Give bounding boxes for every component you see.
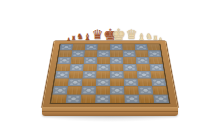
board-square	[66, 95, 81, 104]
board-square	[96, 86, 110, 94]
board-square	[124, 95, 139, 104]
board-square	[68, 78, 83, 86]
board-square	[110, 64, 123, 71]
board-square	[124, 78, 138, 86]
chess-board	[42, 41, 178, 108]
board-square	[123, 64, 137, 71]
board-square	[138, 86, 153, 94]
board-square	[56, 64, 70, 71]
board-square	[150, 71, 165, 78]
board-square	[71, 57, 85, 64]
product-photo-canvas: ♟♜♞♝♛♚ ♚♛♝♞♜♟	[0, 0, 220, 124]
board-square	[123, 71, 137, 78]
board-square	[110, 71, 124, 78]
board-square	[124, 86, 139, 94]
board-front-edge	[42, 107, 178, 116]
board-square	[96, 71, 110, 78]
board-square	[54, 78, 69, 86]
board-square	[70, 64, 84, 71]
board-square	[137, 71, 151, 78]
board-square	[139, 95, 154, 104]
board-square	[136, 64, 150, 71]
board-square	[95, 95, 110, 104]
board-square	[97, 64, 110, 71]
board-square	[81, 86, 96, 94]
board-square	[110, 95, 125, 104]
board-square	[84, 57, 97, 64]
board-square	[51, 95, 67, 104]
board-square	[136, 57, 150, 64]
board-square	[97, 57, 110, 64]
board-square	[151, 78, 166, 86]
board-square	[149, 64, 163, 71]
board-square	[110, 57, 123, 64]
board-square	[83, 71, 97, 78]
board-square	[149, 57, 163, 64]
board-square	[110, 86, 124, 94]
board-square	[69, 71, 83, 78]
board-square	[83, 64, 97, 71]
board-square	[153, 95, 169, 104]
board-square	[52, 86, 67, 94]
board-square	[137, 78, 152, 86]
board-square	[152, 86, 167, 94]
board-square	[67, 86, 82, 94]
board-square	[80, 95, 95, 104]
board-square	[82, 78, 96, 86]
board-square	[110, 78, 124, 86]
board-square	[57, 57, 71, 64]
board-square	[123, 57, 136, 64]
board-square	[96, 78, 110, 86]
board-grid	[50, 44, 171, 104]
board-square	[55, 71, 70, 78]
